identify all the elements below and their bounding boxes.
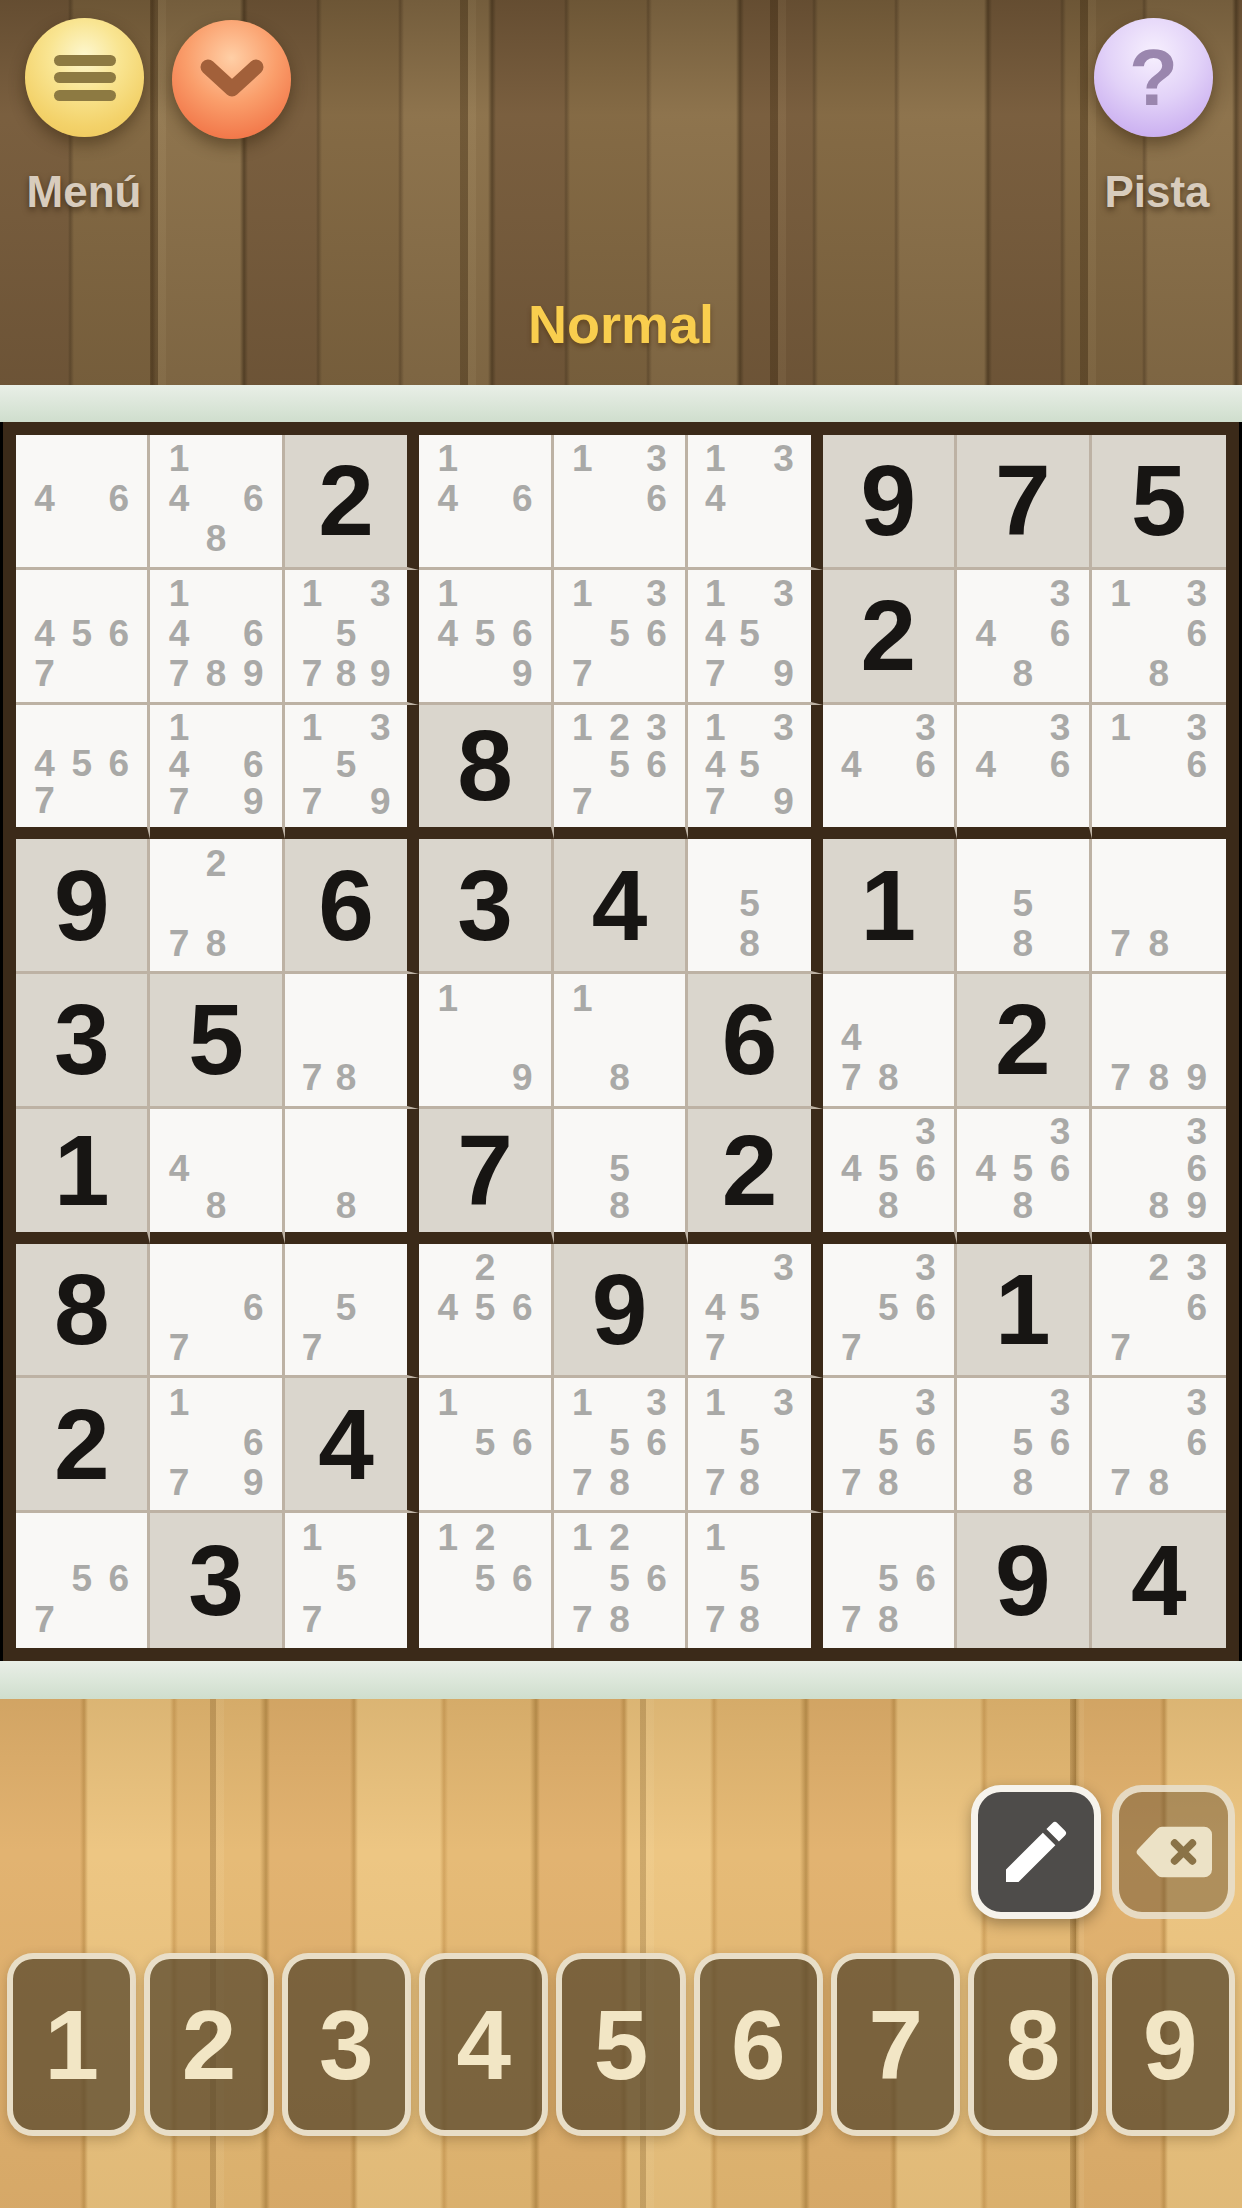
question-icon: ? [1129,38,1178,118]
cell-r7c5[interactable]: 9 [554,1244,688,1379]
pencil-marks: 4567 [16,705,147,828]
placed-digit: 2 [957,974,1088,1106]
placed-digit: 3 [16,974,147,1106]
pencil-marks: 1256 [419,1513,550,1648]
pencil-marks: 156 [419,1378,550,1510]
number-button-5[interactable]: 5 [556,1953,685,2136]
pencil-marks: 135678 [554,1378,685,1510]
placed-digit: 5 [150,974,281,1106]
cell-r7c8[interactable]: 1 [957,1244,1091,1379]
cell-r2c9[interactable]: 1368 [1092,570,1226,705]
cell-r6c5[interactable]: 58 [554,1109,688,1244]
cell-r4c4[interactable]: 3 [419,839,553,974]
cell-r4c2[interactable]: 278 [150,839,284,974]
cell-r9c4[interactable]: 1256 [419,1513,553,1648]
cell-r4c5[interactable]: 4 [554,839,688,974]
cell-r2c5[interactable]: 13567 [554,570,688,705]
hint-button[interactable]: ? [1094,18,1213,137]
pencil-marks: 2456 [419,1244,550,1376]
pencil-marks: 3568 [957,1378,1088,1510]
cell-r3c8[interactable]: 346 [957,705,1091,840]
cell-r7c6[interactable]: 3457 [688,1244,822,1379]
cell-r3c5[interactable]: 123567 [554,705,688,840]
cell-r3c9[interactable]: 136 [1092,705,1226,840]
number-button-8[interactable]: 8 [968,1953,1097,2136]
cell-r7c3[interactable]: 57 [285,1244,419,1379]
pencil-marks: 13578 [688,1378,810,1510]
number-button-1[interactable]: 1 [7,1953,136,2136]
placed-digit: 4 [1092,1513,1226,1648]
cell-r8c9[interactable]: 3678 [1092,1378,1226,1513]
pencil-marks: 13567 [554,570,685,702]
cell-r9c9[interactable]: 4 [1092,1513,1226,1648]
pencil-marks: 3468 [957,570,1088,702]
cell-r2c6[interactable]: 134579 [688,570,822,705]
pencil-marks: 2367 [1092,1244,1226,1376]
placed-digit: 9 [823,435,954,567]
pencil-marks: 5678 [823,1513,954,1648]
number-button-7[interactable]: 7 [831,1953,960,2136]
pencil-marks: 3457 [688,1244,810,1376]
cell-r7c1[interactable]: 8 [16,1244,150,1379]
placed-digit: 9 [16,839,147,971]
hamburger-icon [54,55,116,101]
pencil-button[interactable] [971,1785,1101,1919]
pencil-marks: 46 [16,435,147,567]
difficulty-title: Normal [0,293,1242,355]
pencil-marks: 346 [957,705,1088,828]
number-button-label: 6 [731,1996,786,2094]
cell-r1c1[interactable]: 46 [16,435,150,570]
app-root: Menú ? Pista Normal 46146821461361349754… [0,0,1242,2208]
placed-digit: 1 [16,1109,147,1232]
number-button-label: 3 [319,1996,374,2094]
cell-r5c5[interactable]: 18 [554,974,688,1109]
pencil-marks: 8 [285,1109,407,1232]
pencil-marks: 278 [150,839,281,971]
cell-r8c3[interactable]: 4 [285,1378,419,1513]
pencil-marks: 57 [285,1244,407,1376]
pencil-marks: 4567 [16,570,147,702]
cell-r8c7[interactable]: 35678 [823,1378,957,1513]
cell-r3c6[interactable]: 134579 [688,705,822,840]
placed-digit: 8 [419,705,550,828]
placed-digit: 2 [688,1109,810,1232]
backspace-icon [1136,1826,1212,1878]
placed-digit: 5 [1092,435,1226,567]
cell-r1c9[interactable]: 5 [1092,435,1226,570]
erase-button[interactable] [1112,1785,1235,1919]
cell-r5c3[interactable]: 78 [285,974,419,1109]
cell-r2c2[interactable]: 146789 [150,570,284,705]
cell-r4c1[interactable]: 9 [16,839,150,974]
cell-r7c4[interactable]: 2456 [419,1244,553,1379]
cell-r7c7[interactable]: 3567 [823,1244,957,1379]
number-button-3[interactable]: 3 [282,1953,411,2136]
hint-label: Pista [1104,167,1209,217]
number-button-9[interactable]: 9 [1106,1953,1235,2136]
cell-r2c1[interactable]: 4567 [16,570,150,705]
cell-r3c3[interactable]: 13579 [285,705,419,840]
pencil-marks: 346 [823,705,954,828]
cell-r3c2[interactable]: 14679 [150,705,284,840]
cell-r5c2[interactable]: 5 [150,974,284,1109]
pencil-marks: 19 [419,974,550,1106]
placed-digit: 9 [957,1513,1088,1648]
cell-r5c6[interactable]: 6 [688,974,822,1109]
cell-r1c7[interactable]: 9 [823,435,957,570]
cell-r9c5[interactable]: 125678 [554,1513,688,1648]
pencil-marks: 478 [823,974,954,1106]
pencil-marks: 1368 [1092,570,1226,702]
cell-r4c3[interactable]: 6 [285,839,419,974]
cell-r9c1[interactable]: 567 [16,1513,150,1648]
cell-r9c7[interactable]: 5678 [823,1513,957,1648]
pencil-marks: 125678 [554,1513,685,1648]
pencil-marks: 1578 [688,1513,810,1648]
cell-r2c8[interactable]: 3468 [957,570,1091,705]
number-button-6[interactable]: 6 [694,1953,823,2136]
cell-r4c8[interactable]: 58 [957,839,1091,974]
cell-r9c8[interactable]: 9 [957,1513,1091,1648]
pencil-marks: 135789 [285,570,407,702]
number-button-label: 9 [1143,1996,1198,2094]
pencil-marks: 567 [16,1513,147,1648]
pencil-marks: 136 [1092,705,1226,828]
cell-r5c7[interactable]: 478 [823,974,957,1109]
placed-digit: 2 [16,1378,147,1510]
placed-digit: 8 [16,1244,147,1376]
pencil-marks: 67 [150,1244,281,1376]
cell-r9c6[interactable]: 1578 [688,1513,822,1648]
cell-r5c1[interactable]: 3 [16,974,150,1109]
number-button-label: 8 [1006,1996,1061,2094]
cell-r8c6[interactable]: 13578 [688,1378,822,1513]
board: 4614682146136134975456714678913578914569… [3,422,1239,1661]
cell-r7c9[interactable]: 2367 [1092,1244,1226,1379]
cell-r3c1[interactable]: 4567 [16,705,150,840]
placed-digit: 2 [285,435,407,567]
cell-r5c8[interactable]: 2 [957,974,1091,1109]
placed-digit: 7 [957,435,1088,567]
pencil-marks: 789 [1092,974,1226,1106]
pencil-marks: 134579 [688,570,810,702]
pencil-marks: 34568 [823,1109,954,1232]
pencil-marks: 3678 [1092,1378,1226,1510]
number-button-4[interactable]: 4 [419,1953,548,2136]
cell-r6c2[interactable]: 48 [150,1109,284,1244]
board-shelf-bottom [0,1661,1242,1699]
cell-r7c2[interactable]: 67 [150,1244,284,1379]
cell-r8c8[interactable]: 3568 [957,1378,1091,1513]
board-shelf-top [0,385,1242,422]
number-button-label: 4 [456,1996,511,2094]
placed-digit: 6 [688,974,810,1106]
placed-digit: 7 [419,1109,550,1232]
placed-digit: 2 [823,570,954,702]
placed-digit: 9 [554,1244,685,1376]
pencil-marks: 58 [688,839,810,971]
cell-r8c2[interactable]: 1679 [150,1378,284,1513]
cell-r5c9[interactable]: 789 [1092,974,1226,1109]
pencil-marks: 136 [554,435,685,567]
pencil-marks: 134579 [688,705,810,828]
cell-r5c4[interactable]: 19 [419,974,553,1109]
pencil-marks: 157 [285,1513,407,1648]
pencil-marks: 13579 [285,705,407,828]
cell-r9c2[interactable]: 3 [150,1513,284,1648]
number-button-label: 7 [868,1996,923,2094]
cell-r1c5[interactable]: 136 [554,435,688,570]
placed-digit: 4 [285,1378,407,1510]
number-button-2[interactable]: 2 [144,1953,273,2136]
pencil-marks: 14679 [150,705,281,828]
cell-r6c1[interactable]: 1 [16,1109,150,1244]
cell-r3c7[interactable]: 346 [823,705,957,840]
collapse-button[interactable] [172,20,291,139]
placed-digit: 3 [150,1513,281,1648]
pencil-marks: 78 [1092,839,1226,971]
pencil-marks: 34568 [957,1109,1088,1232]
pencil-marks: 146789 [150,570,281,702]
cell-r9c3[interactable]: 157 [285,1513,419,1648]
pencil-marks: 18 [554,974,685,1106]
pencil-marks: 1468 [150,435,281,567]
number-button-label: 1 [44,1996,99,2094]
cell-r8c1[interactable]: 2 [16,1378,150,1513]
pencil-marks: 3689 [1092,1109,1226,1232]
placed-digit: 4 [554,839,685,971]
number-button-label: 2 [182,1996,237,2094]
cell-r1c2[interactable]: 1468 [150,435,284,570]
cell-r6c4[interactable]: 7 [419,1109,553,1244]
pencil-marks: 35678 [823,1378,954,1510]
cell-r4c7[interactable]: 1 [823,839,957,974]
cell-r6c3[interactable]: 8 [285,1109,419,1244]
pencil-marks: 1679 [150,1378,281,1510]
cell-r6c6[interactable]: 2 [688,1109,822,1244]
pencil-marks: 3567 [823,1244,954,1376]
pencil-marks: 78 [285,974,407,1106]
cell-r6c7[interactable]: 34568 [823,1109,957,1244]
placed-digit: 6 [285,839,407,971]
cell-r2c4[interactable]: 14569 [419,570,553,705]
menu-button[interactable] [25,18,144,137]
pencil-marks: 134 [688,435,810,567]
placed-digit: 1 [957,1244,1088,1376]
cell-r1c4[interactable]: 146 [419,435,553,570]
pencil-marks: 146 [419,435,550,567]
number-button-label: 5 [594,1996,649,2094]
cell-r6c8[interactable]: 34568 [957,1109,1091,1244]
cell-r8c5[interactable]: 135678 [554,1378,688,1513]
cell-r8c4[interactable]: 156 [419,1378,553,1513]
cell-r1c3[interactable]: 2 [285,435,419,570]
pencil-marks: 14569 [419,570,550,702]
cell-r2c3[interactable]: 135789 [285,570,419,705]
menu-label: Menú [27,167,142,217]
pencil-marks: 48 [150,1109,281,1232]
cell-r1c8[interactable]: 7 [957,435,1091,570]
placed-digit: 3 [419,839,550,971]
cell-r4c9[interactable]: 78 [1092,839,1226,974]
pencil-marks: 58 [957,839,1088,971]
pencil-icon [996,1812,1076,1892]
pencil-marks: 58 [554,1109,685,1232]
placed-digit: 1 [823,839,954,971]
number-pad: 123456789 [7,1953,1235,2136]
cell-r2c7[interactable]: 2 [823,570,957,705]
pencil-marks: 123567 [554,705,685,828]
chevron-down-icon [198,55,266,105]
cell-r4c6[interactable]: 58 [688,839,822,974]
cell-r3c4[interactable]: 8 [419,705,553,840]
cell-r6c9[interactable]: 3689 [1092,1109,1226,1244]
cell-r1c6[interactable]: 134 [688,435,822,570]
